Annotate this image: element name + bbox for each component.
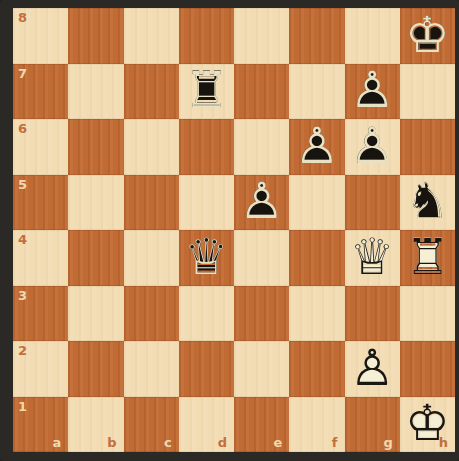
piece-black-rook[interactable]: ♜♖ <box>179 64 234 120</box>
square-f3[interactable] <box>289 286 344 342</box>
square-h1[interactable]: h♚♔ <box>400 397 455 453</box>
black-pawn-outline: ♙ <box>289 119 344 174</box>
black-king-outline: ♔ <box>400 8 455 63</box>
square-d7[interactable]: ♜♖ <box>179 64 234 120</box>
square-a4[interactable]: 4 <box>13 230 68 286</box>
rank-label-6: 6 <box>18 122 27 135</box>
piece-white-king[interactable]: ♚♔ <box>400 397 455 453</box>
file-label-e: e <box>273 436 282 449</box>
piece-black-pawn[interactable]: ♟♙ <box>289 119 344 175</box>
black-pawn-outline: ♙ <box>234 175 289 230</box>
piece-white-queen[interactable]: ♛♕ <box>345 230 400 286</box>
square-b3[interactable] <box>68 286 123 342</box>
file-label-c: c <box>164 436 172 449</box>
square-f2[interactable] <box>289 341 344 397</box>
square-c5[interactable] <box>124 175 179 231</box>
rank-label-5: 5 <box>18 178 27 191</box>
square-e2[interactable] <box>234 341 289 397</box>
square-a8[interactable]: 8 <box>13 8 68 64</box>
square-c4[interactable] <box>124 230 179 286</box>
square-b5[interactable] <box>68 175 123 231</box>
square-e7[interactable] <box>234 64 289 120</box>
square-g1[interactable]: g <box>345 397 400 453</box>
square-b8[interactable] <box>68 8 123 64</box>
square-b7[interactable] <box>68 64 123 120</box>
square-g7[interactable]: ♟♙ <box>345 64 400 120</box>
square-b4[interactable] <box>68 230 123 286</box>
square-a5[interactable]: 5 <box>13 175 68 231</box>
square-g8[interactable] <box>345 8 400 64</box>
piece-black-knight[interactable]: ♞♘ <box>400 175 455 231</box>
rank-label-7: 7 <box>18 67 27 80</box>
square-f7[interactable] <box>289 64 344 120</box>
square-c8[interactable] <box>124 8 179 64</box>
file-label-d: d <box>218 436 227 449</box>
square-h6[interactable] <box>400 119 455 175</box>
square-d2[interactable] <box>179 341 234 397</box>
square-f5[interactable] <box>289 175 344 231</box>
piece-black-pawn[interactable]: ♟♙ <box>345 64 400 120</box>
square-d3[interactable] <box>179 286 234 342</box>
square-c1[interactable]: c <box>124 397 179 453</box>
piece-white-pawn[interactable]: ♟♙ <box>345 341 400 397</box>
square-f1[interactable]: f <box>289 397 344 453</box>
rank-label-3: 3 <box>18 289 27 302</box>
square-g2[interactable]: ♟♙ <box>345 341 400 397</box>
square-a2[interactable]: 2 <box>13 341 68 397</box>
square-e6[interactable] <box>234 119 289 175</box>
rank-label-1: 1 <box>18 400 27 413</box>
black-pawn-outline: ♙ <box>345 119 400 174</box>
square-a3[interactable]: 3 <box>13 286 68 342</box>
black-knight-outline: ♘ <box>400 175 455 230</box>
square-b1[interactable]: b <box>68 397 123 453</box>
file-label-g: g <box>383 436 392 449</box>
square-h4[interactable]: ♜♖ <box>400 230 455 286</box>
square-b2[interactable] <box>68 341 123 397</box>
square-g6[interactable]: ♟♙ <box>345 119 400 175</box>
square-e5[interactable]: ♟♙ <box>234 175 289 231</box>
square-d8[interactable] <box>179 8 234 64</box>
square-f8[interactable] <box>289 8 344 64</box>
rank-label-2: 2 <box>18 344 27 357</box>
square-c3[interactable] <box>124 286 179 342</box>
file-label-b: b <box>107 436 116 449</box>
square-a1[interactable]: 1a <box>13 397 68 453</box>
chess-board: 8♚♔7♜♖♟♙6♟♙♟♙5♟♙♞♘4♛♕♛♕♜♖32♟♙1abcdefgh♚♔ <box>13 8 455 452</box>
square-h5[interactable]: ♞♘ <box>400 175 455 231</box>
square-c2[interactable] <box>124 341 179 397</box>
square-d5[interactable] <box>179 175 234 231</box>
white-rook-outline: ♖ <box>400 230 455 285</box>
chess-board-frame: 8♚♔7♜♖♟♙6♟♙♟♙5♟♙♞♘4♛♕♛♕♜♖32♟♙1abcdefgh♚♔ <box>0 0 459 461</box>
file-label-a: a <box>52 436 61 449</box>
black-pawn-outline: ♙ <box>345 64 400 119</box>
square-a6[interactable]: 6 <box>13 119 68 175</box>
square-h7[interactable] <box>400 64 455 120</box>
square-a7[interactable]: 7 <box>13 64 68 120</box>
square-g4[interactable]: ♛♕ <box>345 230 400 286</box>
white-queen-outline: ♕ <box>345 230 400 285</box>
file-label-f: f <box>332 436 338 449</box>
square-c7[interactable] <box>124 64 179 120</box>
square-g3[interactable] <box>345 286 400 342</box>
square-h2[interactable] <box>400 341 455 397</box>
square-e1[interactable]: e <box>234 397 289 453</box>
square-d1[interactable]: d <box>179 397 234 453</box>
piece-black-king[interactable]: ♚♔ <box>400 8 455 64</box>
piece-black-pawn[interactable]: ♟♙ <box>345 119 400 175</box>
square-d4[interactable]: ♛♕ <box>179 230 234 286</box>
square-g5[interactable] <box>345 175 400 231</box>
square-d6[interactable] <box>179 119 234 175</box>
piece-white-rook[interactable]: ♜♖ <box>400 230 455 286</box>
square-e8[interactable] <box>234 8 289 64</box>
square-e4[interactable] <box>234 230 289 286</box>
black-queen-outline: ♕ <box>179 230 234 285</box>
square-f6[interactable]: ♟♙ <box>289 119 344 175</box>
piece-black-pawn[interactable]: ♟♙ <box>234 175 289 231</box>
rank-label-8: 8 <box>18 11 27 24</box>
square-h8[interactable]: ♚♔ <box>400 8 455 64</box>
square-f4[interactable] <box>289 230 344 286</box>
square-c6[interactable] <box>124 119 179 175</box>
rank-label-4: 4 <box>18 233 27 246</box>
white-pawn-outline: ♙ <box>345 341 400 396</box>
white-king-outline: ♔ <box>400 397 455 452</box>
square-h3[interactable] <box>400 286 455 342</box>
square-e3[interactable] <box>234 286 289 342</box>
black-rook-outline: ♖ <box>179 64 234 119</box>
piece-black-queen[interactable]: ♛♕ <box>179 230 234 286</box>
square-b6[interactable] <box>68 119 123 175</box>
